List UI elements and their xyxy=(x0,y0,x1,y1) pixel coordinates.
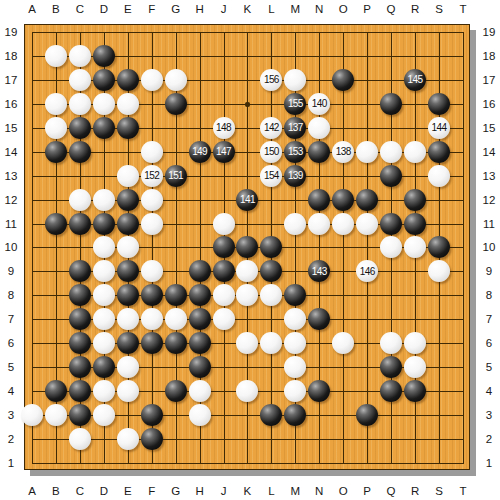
stone-N4-black[interactable] xyxy=(308,380,330,402)
stone-G4-black[interactable] xyxy=(165,380,187,402)
column-label-bottom: P xyxy=(357,484,377,498)
stone-N7-black[interactable] xyxy=(308,308,330,330)
stone-D3-white[interactable] xyxy=(93,404,115,426)
stone-C2-white[interactable] xyxy=(69,428,91,450)
stone-B18-white[interactable] xyxy=(45,45,67,67)
stone-E2-white[interactable] xyxy=(117,428,139,450)
grid-line-horizontal xyxy=(32,463,464,464)
stone-R11-black[interactable] xyxy=(404,213,426,235)
column-label-bottom: M xyxy=(285,484,305,498)
stone-R12-black[interactable] xyxy=(404,189,426,211)
move-number-label: 146 xyxy=(356,260,378,282)
row-label-left: 18 xyxy=(1,49,21,63)
stone-B14-black[interactable] xyxy=(45,141,67,163)
stone-D16-white[interactable] xyxy=(93,93,115,115)
stone-H3-white[interactable] xyxy=(189,404,211,426)
stone-F3-black[interactable] xyxy=(141,404,163,426)
row-label-left: 8 xyxy=(1,288,21,302)
stone-C5-black[interactable] xyxy=(69,356,91,378)
stone-F14-white[interactable] xyxy=(141,141,163,163)
stone-E7-white[interactable] xyxy=(117,308,139,330)
stone-O17-black[interactable] xyxy=(332,69,354,91)
stone-E6-black[interactable] xyxy=(117,332,139,354)
stone-D5-black[interactable] xyxy=(93,356,115,378)
stone-M4-white[interactable] xyxy=(284,380,306,402)
stone-C16-white[interactable] xyxy=(69,93,91,115)
column-label-bottom: J xyxy=(214,484,234,498)
move-number-label: 141 xyxy=(236,189,258,211)
column-label-top: Q xyxy=(381,2,401,16)
stone-M15-black[interactable]: 137 xyxy=(284,117,306,139)
grid-line-vertical xyxy=(367,32,368,464)
stone-N15-white[interactable] xyxy=(308,117,330,139)
stone-C4-black[interactable] xyxy=(69,380,91,402)
stone-S9-white[interactable] xyxy=(428,260,450,282)
stone-M13-black[interactable]: 139 xyxy=(284,165,306,187)
stone-J9-black[interactable] xyxy=(213,260,235,282)
row-label-left: 2 xyxy=(1,432,21,446)
move-number-label: 138 xyxy=(332,141,354,163)
row-label-left: 10 xyxy=(1,240,21,254)
row-label-left: 6 xyxy=(1,336,21,350)
stone-R6-white[interactable] xyxy=(404,332,426,354)
stone-E4-white[interactable] xyxy=(117,380,139,402)
stone-F13-white[interactable]: 152 xyxy=(141,165,163,187)
move-number-label: 151 xyxy=(165,165,187,187)
stone-O12-black[interactable] xyxy=(332,189,354,211)
row-label-left: 16 xyxy=(1,97,21,111)
move-number-label: 137 xyxy=(284,117,306,139)
stone-L13-white[interactable]: 154 xyxy=(260,165,282,187)
stone-M3-black[interactable] xyxy=(284,404,306,426)
stone-S16-black[interactable] xyxy=(428,93,450,115)
go-board[interactable]: 1561451551401481421371441491471501531381… xyxy=(24,24,470,470)
row-label-left: 15 xyxy=(1,121,21,135)
row-label-right: 9 xyxy=(479,264,499,278)
stone-D4-white[interactable] xyxy=(93,380,115,402)
stone-Q16-black[interactable] xyxy=(380,93,402,115)
row-label-right: 6 xyxy=(479,336,499,350)
stone-Q6-white[interactable] xyxy=(380,332,402,354)
stone-S10-black[interactable] xyxy=(428,236,450,258)
stone-R4-black[interactable] xyxy=(404,380,426,402)
stone-F8-black[interactable] xyxy=(141,284,163,306)
move-number-label: 152 xyxy=(141,165,163,187)
stone-P3-black[interactable] xyxy=(356,404,378,426)
stone-P12-black[interactable] xyxy=(356,189,378,211)
stone-J14-black[interactable]: 147 xyxy=(213,141,235,163)
column-label-top: A xyxy=(22,2,42,16)
stone-L3-black[interactable] xyxy=(260,404,282,426)
row-label-right: 2 xyxy=(479,432,499,446)
stone-G17-white[interactable] xyxy=(165,69,187,91)
row-label-right: 8 xyxy=(479,288,499,302)
stone-N16-white[interactable]: 140 xyxy=(308,93,330,115)
stone-B16-white[interactable] xyxy=(45,93,67,115)
stone-C8-black[interactable] xyxy=(69,284,91,306)
stone-G13-black[interactable]: 151 xyxy=(165,165,187,187)
stone-E17-black[interactable] xyxy=(117,69,139,91)
stone-L9-black[interactable] xyxy=(260,260,282,282)
stone-F6-black[interactable] xyxy=(141,332,163,354)
stone-F2-black[interactable] xyxy=(141,428,163,450)
stone-C9-black[interactable] xyxy=(69,260,91,282)
column-label-top: J xyxy=(214,2,234,16)
move-number-label: 139 xyxy=(284,165,306,187)
stone-D9-white[interactable] xyxy=(93,260,115,282)
column-label-top: P xyxy=(357,2,377,16)
stone-E15-black[interactable] xyxy=(117,117,139,139)
stone-G7-white[interactable] xyxy=(165,308,187,330)
stone-D15-black[interactable] xyxy=(93,117,115,139)
stone-C12-white[interactable] xyxy=(69,189,91,211)
stone-G16-black[interactable] xyxy=(165,93,187,115)
stone-H4-white[interactable] xyxy=(189,380,211,402)
stone-S14-black[interactable] xyxy=(428,141,450,163)
stone-K4-white[interactable] xyxy=(236,380,258,402)
move-number-label: 155 xyxy=(284,93,306,115)
stone-L6-white[interactable] xyxy=(260,332,282,354)
stone-D10-white[interactable] xyxy=(93,236,115,258)
move-number-label: 149 xyxy=(189,141,211,163)
row-label-right: 13 xyxy=(479,169,499,183)
row-label-right: 19 xyxy=(479,25,499,39)
stone-Q14-white[interactable] xyxy=(380,141,402,163)
stone-N14-black[interactable] xyxy=(308,141,330,163)
move-number-label: 143 xyxy=(308,260,330,282)
move-number-label: 147 xyxy=(213,141,235,163)
stone-J7-white[interactable] xyxy=(213,308,235,330)
column-label-bottom: N xyxy=(309,484,329,498)
move-number-label: 140 xyxy=(308,93,330,115)
column-label-top: L xyxy=(261,2,281,16)
column-label-bottom: R xyxy=(405,484,425,498)
stone-C18-white[interactable] xyxy=(69,45,91,67)
stone-R17-black[interactable]: 145 xyxy=(404,69,426,91)
column-label-bottom: B xyxy=(46,484,66,498)
stone-B3-white[interactable] xyxy=(45,404,67,426)
stone-F11-white[interactable] xyxy=(141,213,163,235)
stone-J15-white[interactable]: 148 xyxy=(213,117,235,139)
column-label-top: H xyxy=(190,2,210,16)
row-label-left: 13 xyxy=(1,169,21,183)
move-number-label: 156 xyxy=(260,69,282,91)
stone-E12-black[interactable] xyxy=(117,189,139,211)
row-label-right: 18 xyxy=(479,49,499,63)
column-label-bottom: K xyxy=(237,484,257,498)
stone-D17-black[interactable] xyxy=(93,69,115,91)
row-label-right: 10 xyxy=(479,240,499,254)
grid-line-vertical xyxy=(463,32,464,464)
stone-D11-black[interactable] xyxy=(93,213,115,235)
column-label-top: S xyxy=(429,2,449,16)
stone-L10-black[interactable] xyxy=(260,236,282,258)
stone-M5-white[interactable] xyxy=(284,356,306,378)
stone-J10-black[interactable] xyxy=(213,236,235,258)
stone-D8-white[interactable] xyxy=(93,284,115,306)
stone-C6-black[interactable] xyxy=(69,332,91,354)
stone-M8-black[interactable] xyxy=(284,284,306,306)
column-label-top: C xyxy=(70,2,90,16)
stone-K9-white[interactable] xyxy=(236,260,258,282)
row-label-right: 3 xyxy=(479,408,499,422)
stone-P9-white[interactable]: 146 xyxy=(356,260,378,282)
stone-D7-white[interactable] xyxy=(93,308,115,330)
move-number-label: 145 xyxy=(404,69,426,91)
column-label-bottom: Q xyxy=(381,484,401,498)
row-label-left: 19 xyxy=(1,25,21,39)
stone-H8-black[interactable] xyxy=(189,284,211,306)
column-label-top: R xyxy=(405,2,425,16)
stone-A3-white[interactable] xyxy=(21,404,43,426)
stone-S13-white[interactable] xyxy=(428,165,450,187)
stone-C17-white[interactable] xyxy=(69,69,91,91)
column-label-bottom: S xyxy=(429,484,449,498)
stone-E13-white[interactable] xyxy=(117,165,139,187)
row-label-right: 15 xyxy=(479,121,499,135)
stone-Q5-black[interactable] xyxy=(380,356,402,378)
stone-D18-black[interactable] xyxy=(93,45,115,67)
row-label-left: 12 xyxy=(1,193,21,207)
stone-K10-black[interactable] xyxy=(236,236,258,258)
stone-J11-white[interactable] xyxy=(213,213,235,235)
stone-H7-black[interactable] xyxy=(189,308,211,330)
stone-C14-black[interactable] xyxy=(69,141,91,163)
stone-E8-black[interactable] xyxy=(117,284,139,306)
stone-G6-black[interactable] xyxy=(165,332,187,354)
stone-M7-white[interactable] xyxy=(284,308,306,330)
stone-C7-black[interactable] xyxy=(69,308,91,330)
column-label-top: N xyxy=(309,2,329,16)
row-label-left: 9 xyxy=(1,264,21,278)
stone-K12-black[interactable]: 141 xyxy=(236,189,258,211)
stone-G8-black[interactable] xyxy=(165,284,187,306)
move-number-label: 154 xyxy=(260,165,282,187)
row-label-left: 14 xyxy=(1,145,21,159)
stone-P14-white[interactable] xyxy=(356,141,378,163)
move-number-label: 150 xyxy=(260,141,282,163)
stone-P11-white[interactable] xyxy=(356,213,378,235)
stone-M16-black[interactable]: 155 xyxy=(284,93,306,115)
stone-F17-white[interactable] xyxy=(141,69,163,91)
stone-L17-white[interactable]: 156 xyxy=(260,69,282,91)
grid-line-vertical xyxy=(343,32,344,464)
column-label-bottom: D xyxy=(94,484,114,498)
column-label-top: O xyxy=(333,2,353,16)
stone-R5-white[interactable] xyxy=(404,356,426,378)
stone-H14-black[interactable]: 149 xyxy=(189,141,211,163)
column-label-bottom: H xyxy=(190,484,210,498)
stone-Q13-black[interactable] xyxy=(380,165,402,187)
stone-L8-white[interactable] xyxy=(260,284,282,306)
stone-L14-white[interactable]: 150 xyxy=(260,141,282,163)
stone-Q4-black[interactable] xyxy=(380,380,402,402)
stone-F9-white[interactable] xyxy=(141,260,163,282)
stone-O11-white[interactable] xyxy=(332,213,354,235)
column-label-bottom: C xyxy=(70,484,90,498)
move-number-label: 153 xyxy=(284,141,306,163)
stone-H9-black[interactable] xyxy=(189,260,211,282)
row-label-right: 7 xyxy=(479,312,499,326)
column-label-top: K xyxy=(237,2,257,16)
stone-K6-white[interactable] xyxy=(236,332,258,354)
stone-D12-white[interactable] xyxy=(93,189,115,211)
row-label-left: 17 xyxy=(1,73,21,87)
row-label-right: 16 xyxy=(479,97,499,111)
row-label-right: 5 xyxy=(479,360,499,374)
stone-D6-white[interactable] xyxy=(93,332,115,354)
stone-M17-white[interactable] xyxy=(284,69,306,91)
stone-H6-black[interactable] xyxy=(189,332,211,354)
column-label-top: B xyxy=(46,2,66,16)
go-game-screen: 1561451551401481421371441491471501531381… xyxy=(0,0,500,500)
stone-N11-white[interactable] xyxy=(308,213,330,235)
stone-N12-black[interactable] xyxy=(308,189,330,211)
column-label-bottom: O xyxy=(333,484,353,498)
stone-J8-white[interactable] xyxy=(213,284,235,306)
stone-S15-white[interactable]: 144 xyxy=(428,117,450,139)
stone-H5-black[interactable] xyxy=(189,356,211,378)
column-label-bottom: A xyxy=(22,484,42,498)
stone-C15-black[interactable] xyxy=(69,117,91,139)
stone-F7-white[interactable] xyxy=(141,308,163,330)
stone-C11-black[interactable] xyxy=(69,213,91,235)
stone-K8-white[interactable] xyxy=(236,284,258,306)
stone-E16-white[interactable] xyxy=(117,93,139,115)
row-label-left: 4 xyxy=(1,384,21,398)
column-label-top: F xyxy=(142,2,162,16)
stone-L15-white[interactable]: 142 xyxy=(260,117,282,139)
stone-O14-white[interactable]: 138 xyxy=(332,141,354,163)
column-label-bottom: E xyxy=(118,484,138,498)
stone-R10-white[interactable] xyxy=(404,236,426,258)
stone-E9-black[interactable] xyxy=(117,260,139,282)
stone-O6-white[interactable] xyxy=(332,332,354,354)
row-label-right: 12 xyxy=(479,193,499,207)
stone-E5-white[interactable] xyxy=(117,356,139,378)
grid-line-horizontal xyxy=(32,439,464,440)
stone-R14-white[interactable] xyxy=(404,141,426,163)
row-label-right: 11 xyxy=(479,217,499,231)
stone-M11-white[interactable] xyxy=(284,213,306,235)
column-label-top: E xyxy=(118,2,138,16)
row-label-left: 3 xyxy=(1,408,21,422)
stone-F12-white[interactable] xyxy=(141,189,163,211)
star-point xyxy=(245,102,250,107)
row-label-left: 11 xyxy=(1,217,21,231)
column-label-top: M xyxy=(285,2,305,16)
column-label-top: T xyxy=(453,2,473,16)
column-label-top: G xyxy=(166,2,186,16)
row-label-left: 5 xyxy=(1,360,21,374)
column-label-bottom: F xyxy=(142,484,162,498)
row-label-right: 4 xyxy=(479,384,499,398)
stone-Q10-white[interactable] xyxy=(380,236,402,258)
row-label-left: 1 xyxy=(1,456,21,470)
move-number-label: 144 xyxy=(428,117,450,139)
stone-M6-white[interactable] xyxy=(284,332,306,354)
row-label-right: 1 xyxy=(479,456,499,470)
row-label-left: 7 xyxy=(1,312,21,326)
column-label-bottom: L xyxy=(261,484,281,498)
stone-B15-white[interactable] xyxy=(45,117,67,139)
stone-B4-black[interactable] xyxy=(45,380,67,402)
column-label-top: D xyxy=(94,2,114,16)
stone-C3-black[interactable] xyxy=(69,404,91,426)
move-number-label: 148 xyxy=(213,117,235,139)
move-number-label: 142 xyxy=(260,117,282,139)
stone-E10-white[interactable] xyxy=(117,236,139,258)
stone-B11-black[interactable] xyxy=(45,213,67,235)
column-label-bottom: G xyxy=(166,484,186,498)
row-label-right: 17 xyxy=(479,73,499,87)
stone-Q11-black[interactable] xyxy=(380,213,402,235)
row-label-right: 14 xyxy=(479,145,499,159)
column-label-bottom: T xyxy=(453,484,473,498)
stone-N9-black[interactable]: 143 xyxy=(308,260,330,282)
stone-E11-black[interactable] xyxy=(117,213,139,235)
stone-M14-black[interactable]: 153 xyxy=(284,141,306,163)
